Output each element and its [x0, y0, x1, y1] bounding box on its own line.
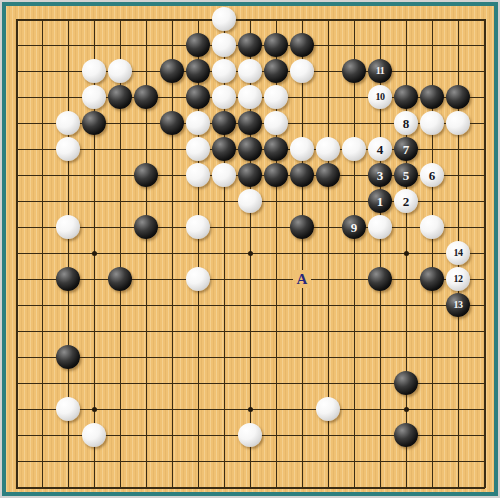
- grid-line-horizontal: [16, 357, 485, 358]
- white-stone: [212, 163, 236, 187]
- white-stone: [238, 423, 262, 447]
- black-stone: [264, 59, 288, 83]
- black-stone: [56, 345, 80, 369]
- white-stone: [420, 215, 444, 239]
- white-stone: [82, 85, 106, 109]
- black-stone: [394, 85, 418, 109]
- black-stone: [394, 423, 418, 447]
- black-stone: [290, 33, 314, 57]
- white-stone: [290, 137, 314, 161]
- grid-line-vertical: [484, 19, 486, 488]
- black-stone: [82, 111, 106, 135]
- white-stone: [56, 215, 80, 239]
- black-stone: [186, 85, 210, 109]
- white-stone: [82, 423, 106, 447]
- white-stone: [212, 33, 236, 57]
- move-number: 7: [403, 143, 410, 156]
- move-number: 11: [376, 66, 384, 76]
- black-stone: [212, 137, 236, 161]
- grid-line-vertical: [302, 19, 303, 488]
- black-stone: [420, 85, 444, 109]
- white-stone-move-14: 14: [446, 241, 470, 265]
- move-number: 13: [454, 300, 463, 310]
- white-stone: [212, 85, 236, 109]
- star-point: [92, 407, 97, 412]
- white-stone: [446, 111, 470, 135]
- white-stone: [212, 59, 236, 83]
- white-stone: [212, 7, 236, 31]
- white-stone: [186, 163, 210, 187]
- black-stone: [264, 33, 288, 57]
- white-stone: [264, 111, 288, 135]
- white-stone: [56, 397, 80, 421]
- black-stone: [56, 267, 80, 291]
- white-stone: [264, 85, 288, 109]
- black-stone: [108, 85, 132, 109]
- white-stone: [238, 189, 262, 213]
- black-stone: [316, 163, 340, 187]
- move-number: 10: [376, 92, 385, 102]
- star-point: [404, 407, 409, 412]
- black-stone: [238, 111, 262, 135]
- star-point: [248, 251, 253, 256]
- star-point: [248, 407, 253, 412]
- black-stone-move-3: 3: [368, 163, 392, 187]
- white-stone: [238, 85, 262, 109]
- white-stone-move-6: 6: [420, 163, 444, 187]
- white-stone: [290, 59, 314, 83]
- white-stone: [342, 137, 366, 161]
- white-stone: [316, 397, 340, 421]
- black-stone: [264, 163, 288, 187]
- black-stone: [238, 163, 262, 187]
- star-point: [404, 251, 409, 256]
- black-stone-move-1: 1: [368, 189, 392, 213]
- white-stone: [186, 267, 210, 291]
- black-stone: [290, 215, 314, 239]
- black-stone: [446, 85, 470, 109]
- move-number: 5: [403, 169, 410, 182]
- grid-line-horizontal: [16, 461, 485, 462]
- black-stone: [238, 33, 262, 57]
- black-stone-move-5: 5: [394, 163, 418, 187]
- white-stone: [420, 111, 444, 135]
- move-number: 2: [403, 195, 410, 208]
- move-number: 3: [377, 169, 384, 182]
- black-stone: [134, 85, 158, 109]
- move-number: 6: [429, 169, 436, 182]
- black-stone: [420, 267, 444, 291]
- move-number: 14: [454, 248, 463, 258]
- white-stone: [186, 137, 210, 161]
- black-stone: [264, 137, 288, 161]
- white-stone-move-4: 4: [368, 137, 392, 161]
- grid-line-horizontal: [16, 279, 485, 280]
- white-stone: [238, 59, 262, 83]
- black-stone: [134, 215, 158, 239]
- move-number: 9: [351, 221, 358, 234]
- move-number: 12: [454, 274, 463, 284]
- star-point: [92, 251, 97, 256]
- black-stone: [238, 137, 262, 161]
- black-stone: [368, 267, 392, 291]
- black-stone: [342, 59, 366, 83]
- white-stone: [368, 215, 392, 239]
- white-stone-move-10: 10: [368, 85, 392, 109]
- white-stone-move-12: 12: [446, 267, 470, 291]
- black-stone: [186, 59, 210, 83]
- black-stone: [160, 111, 184, 135]
- black-stone: [394, 371, 418, 395]
- black-stone: [290, 163, 314, 187]
- grid-line-horizontal: [16, 305, 485, 306]
- grid-line-vertical: [354, 19, 355, 488]
- point-label-A: A: [293, 270, 311, 288]
- black-stone: [160, 59, 184, 83]
- black-stone-move-9: 9: [342, 215, 366, 239]
- black-stone: [212, 111, 236, 135]
- black-stone: [108, 267, 132, 291]
- move-number: 1: [377, 195, 384, 208]
- white-stone: [108, 59, 132, 83]
- go-diagram: 1110847356129141213A: [0, 0, 500, 498]
- black-stone: [134, 163, 158, 187]
- black-stone-move-7: 7: [394, 137, 418, 161]
- black-stone: [186, 33, 210, 57]
- go-board: 1110847356129141213A: [6, 6, 494, 492]
- white-stone: [56, 111, 80, 135]
- white-stone: [186, 111, 210, 135]
- white-stone-move-2: 2: [394, 189, 418, 213]
- black-stone-move-11: 11: [368, 59, 392, 83]
- grid-line-horizontal: [16, 331, 485, 332]
- white-stone: [82, 59, 106, 83]
- white-stone-move-8: 8: [394, 111, 418, 135]
- white-stone: [316, 137, 340, 161]
- grid-line-horizontal: [16, 487, 485, 489]
- move-number: 8: [403, 117, 410, 130]
- black-stone-move-13: 13: [446, 293, 470, 317]
- move-number: 4: [377, 143, 384, 156]
- white-stone: [56, 137, 80, 161]
- white-stone: [186, 215, 210, 239]
